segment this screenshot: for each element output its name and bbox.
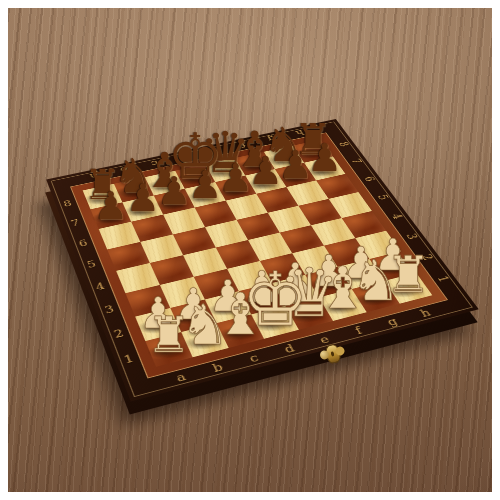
file-label-bottom-d: d xyxy=(277,341,301,356)
file-label-bottom-h: h xyxy=(414,306,438,320)
file-label-bottom-f: f xyxy=(347,323,371,338)
chess-board: aa11bb22cc33dd44ee55ff66gg77hh88 xyxy=(80,72,416,408)
file-label-bottom-g: g xyxy=(380,315,404,330)
file-label-bottom-a: a xyxy=(169,370,193,386)
board-frame: aa11bb22cc33dd44ee55ff66gg77hh88 xyxy=(46,119,479,402)
product-photo: aa11bb22cc33dd44ee55ff66gg77hh88 ♜♞♝♚♛♝♞… xyxy=(8,8,492,492)
file-label-bottom-c: c xyxy=(242,351,266,367)
file-label-bottom-b: b xyxy=(206,360,230,376)
